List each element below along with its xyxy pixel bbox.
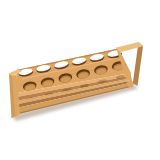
wooden-rack-illustration bbox=[0, 0, 160, 160]
product-photo bbox=[0, 0, 160, 160]
right-end-panel-side bbox=[133, 42, 143, 86]
